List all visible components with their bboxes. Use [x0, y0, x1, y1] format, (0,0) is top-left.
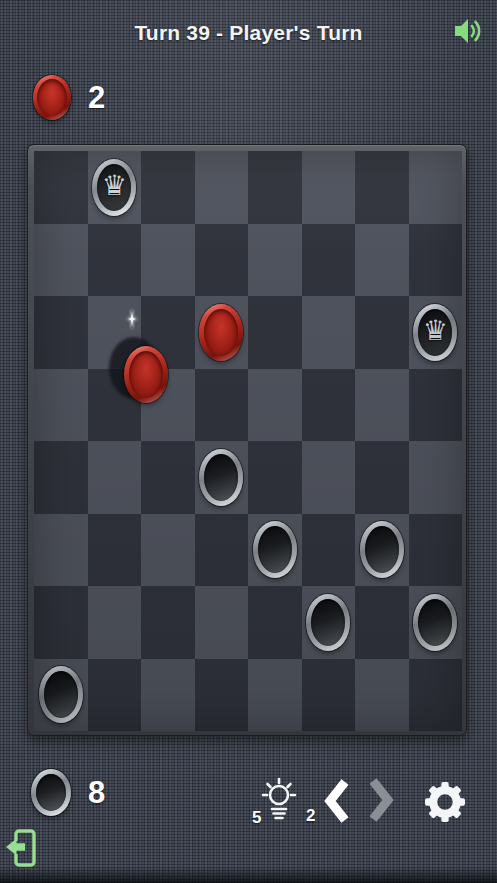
turn-status-title: Turn 39 - Player's Turn: [0, 21, 497, 45]
cell-r1c6[interactable]: [355, 224, 409, 297]
red-man-moving[interactable]: [124, 346, 168, 403]
black-king[interactable]: ♛: [413, 304, 457, 361]
black-man[interactable]: [306, 594, 350, 651]
board-grid: ♛♛: [34, 151, 462, 731]
red-piece-icon: [33, 75, 71, 120]
cell-r6c7[interactable]: [409, 586, 463, 659]
cell-r4c6: [355, 441, 409, 514]
undo-button[interactable]: 2: [306, 776, 352, 826]
cell-r0c7[interactable]: [409, 151, 463, 224]
cell-r3c5: [302, 369, 356, 442]
cell-r1c0[interactable]: [34, 224, 88, 297]
exit-door-icon: [4, 857, 40, 874]
opponent-piece-count: 2: [88, 80, 105, 116]
cell-r1c2[interactable]: [141, 224, 195, 297]
cell-r7c3: [195, 659, 249, 732]
cell-r7c1: [88, 659, 142, 732]
hint-count: 5: [252, 808, 261, 828]
cell-r5c0[interactable]: [34, 514, 88, 587]
black-man[interactable]: [199, 449, 243, 506]
opponent-piece-counter: 2: [33, 75, 105, 120]
black-man[interactable]: [253, 521, 297, 578]
cell-r6c1[interactable]: [88, 586, 142, 659]
player-piece-counter: 8: [31, 769, 105, 816]
cell-r1c5: [302, 224, 356, 297]
cell-r0c1[interactable]: ♛: [88, 151, 142, 224]
cell-r5c2[interactable]: [141, 514, 195, 587]
cell-r6c5[interactable]: [302, 586, 356, 659]
cell-r7c4[interactable]: [248, 659, 302, 732]
cell-r3c6[interactable]: [355, 369, 409, 442]
black-piece-icon: [31, 769, 71, 816]
cell-r4c2: [141, 441, 195, 514]
black-man[interactable]: [360, 521, 404, 578]
cell-r1c4[interactable]: [248, 224, 302, 297]
checkers-board: ♛♛: [27, 144, 467, 736]
cell-r5c1: [88, 514, 142, 587]
cell-r4c5[interactable]: [302, 441, 356, 514]
cell-r0c2: [141, 151, 195, 224]
cell-r0c3[interactable]: [195, 151, 249, 224]
cell-r5c7: [409, 514, 463, 587]
cell-r6c6: [355, 586, 409, 659]
cell-r2c4: [248, 296, 302, 369]
cell-r3c0[interactable]: [34, 369, 88, 442]
cell-r4c0: [34, 441, 88, 514]
speaker-on-icon: [451, 33, 487, 50]
cell-r4c3[interactable]: [195, 441, 249, 514]
exit-button[interactable]: [4, 825, 40, 871]
settings-button[interactable]: [425, 781, 467, 825]
cell-r2c6: [355, 296, 409, 369]
cell-r3c7: [409, 369, 463, 442]
cell-r1c7: [409, 224, 463, 297]
cell-r1c1: [88, 224, 142, 297]
cell-r5c6[interactable]: [355, 514, 409, 587]
cell-r5c4[interactable]: [248, 514, 302, 587]
cell-r1c3: [195, 224, 249, 297]
cell-r6c3[interactable]: [195, 586, 249, 659]
cell-r4c7[interactable]: [409, 441, 463, 514]
cell-r2c5[interactable]: [302, 296, 356, 369]
crown-icon: ♛: [423, 317, 448, 345]
cell-r0c6: [355, 151, 409, 224]
cell-r6c2: [141, 586, 195, 659]
player-piece-count: 8: [88, 775, 105, 811]
chevron-right-icon: [368, 809, 394, 826]
cell-r3c3: [195, 369, 249, 442]
cell-r3c4[interactable]: [248, 369, 302, 442]
cell-r0c4: [248, 151, 302, 224]
black-man[interactable]: [413, 594, 457, 651]
redo-button[interactable]: [368, 777, 412, 825]
cell-r5c3: [195, 514, 249, 587]
cell-r7c5: [302, 659, 356, 732]
game-screen: Turn 39 - Player's Turn 2 ♛♛ 8: [0, 0, 497, 883]
cell-r2c3[interactable]: [195, 296, 249, 369]
sound-button[interactable]: [451, 15, 487, 47]
cell-r4c1[interactable]: [88, 441, 142, 514]
cell-r0c0: [34, 151, 88, 224]
black-man[interactable]: [39, 666, 83, 723]
undo-count: 2: [306, 806, 315, 826]
cell-r7c2[interactable]: [141, 659, 195, 732]
cell-r6c0: [34, 586, 88, 659]
cell-r7c7: [409, 659, 463, 732]
red-man[interactable]: [199, 304, 243, 361]
gear-icon: [425, 809, 465, 826]
cell-r3c2[interactable]: [141, 369, 195, 442]
cell-r2c7[interactable]: ♛: [409, 296, 463, 369]
hint-button[interactable]: 5: [252, 772, 302, 828]
cell-r7c6[interactable]: [355, 659, 409, 732]
cell-r4c4: [248, 441, 302, 514]
cell-r2c0: [34, 296, 88, 369]
cell-r6c4: [248, 586, 302, 659]
black-king[interactable]: ♛: [92, 159, 136, 216]
cell-r0c5[interactable]: [302, 151, 356, 224]
crown-icon: ♛: [102, 172, 127, 200]
cell-r7c0[interactable]: [34, 659, 88, 732]
cell-r5c5: [302, 514, 356, 587]
